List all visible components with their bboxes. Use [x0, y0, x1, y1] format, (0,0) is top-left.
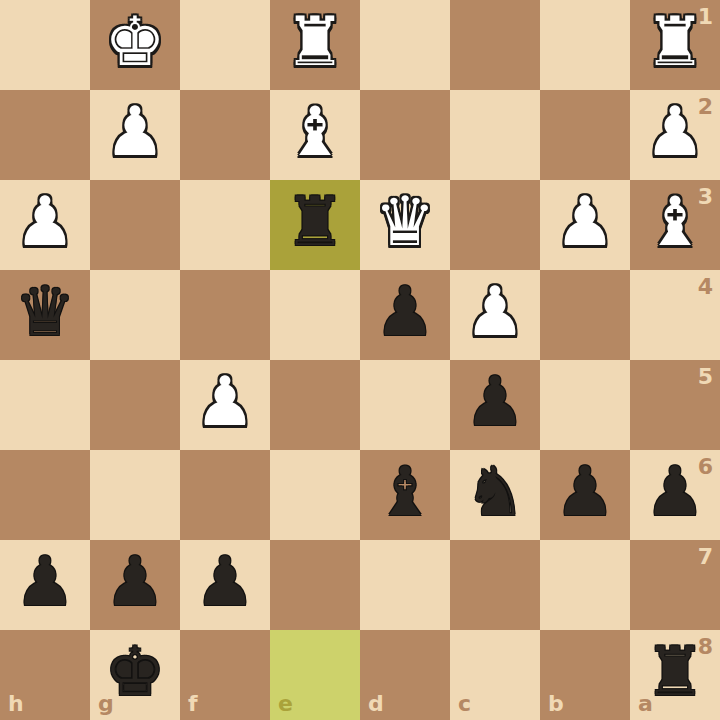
square-b7[interactable]: [540, 540, 630, 630]
square-f3[interactable]: [180, 180, 270, 270]
file-label-d: d: [368, 693, 384, 715]
square-g4[interactable]: [90, 270, 180, 360]
piece-black-pawn[interactable]: ♟: [645, 447, 706, 537]
square-d7[interactable]: [360, 540, 450, 630]
square-b3[interactable]: ♟: [540, 180, 630, 270]
piece-black-pawn[interactable]: ♟: [15, 537, 76, 627]
square-g3[interactable]: [90, 180, 180, 270]
square-c6[interactable]: ♞: [450, 450, 540, 540]
piece-white-bishop[interactable]: ♝: [645, 177, 706, 267]
piece-white-pawn[interactable]: ♟: [465, 267, 526, 357]
piece-white-pawn[interactable]: ♟: [195, 357, 256, 447]
square-c7[interactable]: [450, 540, 540, 630]
square-a4[interactable]: 4: [630, 270, 720, 360]
piece-black-pawn[interactable]: ♟: [375, 267, 436, 357]
square-g6[interactable]: [90, 450, 180, 540]
square-c2[interactable]: [450, 90, 540, 180]
square-d3[interactable]: ♛: [360, 180, 450, 270]
piece-black-pawn[interactable]: ♟: [555, 447, 616, 537]
square-f8[interactable]: f: [180, 630, 270, 720]
square-h5[interactable]: [0, 360, 90, 450]
square-a6[interactable]: ♟6: [630, 450, 720, 540]
square-a7[interactable]: 7: [630, 540, 720, 630]
square-d2[interactable]: [360, 90, 450, 180]
square-b5[interactable]: [540, 360, 630, 450]
square-g5[interactable]: [90, 360, 180, 450]
square-a1[interactable]: ♜1: [630, 0, 720, 90]
square-g7[interactable]: ♟: [90, 540, 180, 630]
file-label-b: b: [548, 693, 564, 715]
piece-black-pawn[interactable]: ♟: [465, 357, 526, 447]
square-e3[interactable]: ♜: [270, 180, 360, 270]
piece-black-bishop[interactable]: ♝: [375, 447, 436, 537]
rank-label-4: 4: [698, 276, 713, 298]
square-b2[interactable]: [540, 90, 630, 180]
piece-black-queen[interactable]: ♛: [15, 267, 76, 357]
piece-black-rook[interactable]: ♜: [285, 177, 346, 267]
square-e4[interactable]: [270, 270, 360, 360]
square-b6[interactable]: ♟: [540, 450, 630, 540]
square-h7[interactable]: ♟: [0, 540, 90, 630]
square-e7[interactable]: [270, 540, 360, 630]
piece-black-pawn[interactable]: ♟: [195, 537, 256, 627]
square-f4[interactable]: [180, 270, 270, 360]
square-f2[interactable]: [180, 90, 270, 180]
square-c3[interactable]: [450, 180, 540, 270]
piece-black-pawn[interactable]: ♟: [105, 537, 166, 627]
file-label-h: h: [8, 693, 24, 715]
square-h2[interactable]: [0, 90, 90, 180]
piece-white-pawn[interactable]: ♟: [105, 87, 166, 177]
piece-white-king[interactable]: ♚: [105, 0, 166, 87]
square-g1[interactable]: ♚: [90, 0, 180, 90]
square-g8[interactable]: ♚g: [90, 630, 180, 720]
square-a3[interactable]: ♝3: [630, 180, 720, 270]
square-f7[interactable]: ♟: [180, 540, 270, 630]
piece-white-rook[interactable]: ♜: [285, 0, 346, 87]
square-b4[interactable]: [540, 270, 630, 360]
square-g2[interactable]: ♟: [90, 90, 180, 180]
file-label-c: c: [458, 693, 471, 715]
piece-white-pawn[interactable]: ♟: [555, 177, 616, 267]
piece-black-knight[interactable]: ♞: [465, 447, 526, 537]
square-f6[interactable]: [180, 450, 270, 540]
piece-black-rook[interactable]: ♜: [645, 627, 706, 717]
square-e8[interactable]: e: [270, 630, 360, 720]
square-d4[interactable]: ♟: [360, 270, 450, 360]
square-c8[interactable]: c: [450, 630, 540, 720]
piece-white-rook[interactable]: ♜: [645, 0, 706, 87]
square-c5[interactable]: ♟: [450, 360, 540, 450]
square-d6[interactable]: ♝: [360, 450, 450, 540]
square-b8[interactable]: b: [540, 630, 630, 720]
square-h6[interactable]: [0, 450, 90, 540]
square-c1[interactable]: [450, 0, 540, 90]
piece-white-bishop[interactable]: ♝: [285, 87, 346, 177]
square-h8[interactable]: h: [0, 630, 90, 720]
file-label-e: e: [278, 693, 293, 715]
square-h3[interactable]: ♟: [0, 180, 90, 270]
square-a5[interactable]: 5: [630, 360, 720, 450]
chess-board: ♚♜♜1♟♝♟2♟♜♛♟♝3♛♟♟4♟♟5♝♞♟♟6♟♟♟7h♚gfedcb♜8…: [0, 0, 720, 720]
square-f5[interactable]: ♟: [180, 360, 270, 450]
square-e1[interactable]: ♜: [270, 0, 360, 90]
square-e2[interactable]: ♝: [270, 90, 360, 180]
square-e6[interactable]: [270, 450, 360, 540]
piece-white-pawn[interactable]: ♟: [645, 87, 706, 177]
square-d8[interactable]: d: [360, 630, 450, 720]
file-label-f: f: [188, 693, 198, 715]
square-f1[interactable]: [180, 0, 270, 90]
square-d1[interactable]: [360, 0, 450, 90]
square-d5[interactable]: [360, 360, 450, 450]
square-a2[interactable]: ♟2: [630, 90, 720, 180]
rank-label-7: 7: [698, 546, 713, 568]
piece-black-king[interactable]: ♚: [105, 627, 166, 717]
square-a8[interactable]: ♜8a: [630, 630, 720, 720]
rank-label-5: 5: [698, 366, 713, 388]
piece-white-queen[interactable]: ♛: [375, 177, 436, 267]
square-b1[interactable]: [540, 0, 630, 90]
square-h1[interactable]: [0, 0, 90, 90]
piece-white-pawn[interactable]: ♟: [15, 177, 76, 267]
square-c4[interactable]: ♟: [450, 270, 540, 360]
square-h4[interactable]: ♛: [0, 270, 90, 360]
square-e5[interactable]: [270, 360, 360, 450]
